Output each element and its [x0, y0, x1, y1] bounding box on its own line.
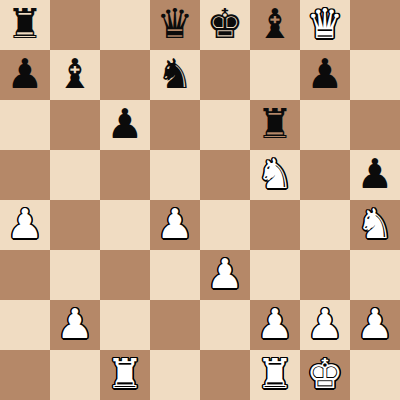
- square-h6[interactable]: [350, 100, 400, 150]
- square-a6[interactable]: [0, 100, 50, 150]
- square-g7[interactable]: ♟: [300, 50, 350, 100]
- white-pawn[interactable]: ♟: [257, 300, 294, 349]
- square-d2[interactable]: [150, 300, 200, 350]
- black-rook[interactable]: ♜: [257, 100, 294, 149]
- square-c3[interactable]: [100, 250, 150, 300]
- black-pawn[interactable]: ♟: [107, 100, 144, 149]
- square-c8[interactable]: [100, 0, 150, 50]
- square-d4[interactable]: ♟: [150, 200, 200, 250]
- square-e5[interactable]: [200, 150, 250, 200]
- square-g2[interactable]: ♟: [300, 300, 350, 350]
- square-a4[interactable]: ♟: [0, 200, 50, 250]
- white-pawn[interactable]: ♟: [57, 300, 94, 349]
- square-h7[interactable]: [350, 50, 400, 100]
- square-f7[interactable]: [250, 50, 300, 100]
- square-b7[interactable]: ♝: [50, 50, 100, 100]
- square-e2[interactable]: [200, 300, 250, 350]
- square-e6[interactable]: [200, 100, 250, 150]
- square-c1[interactable]: ♜: [100, 350, 150, 400]
- square-f1[interactable]: ♜: [250, 350, 300, 400]
- white-knight[interactable]: ♞: [257, 150, 294, 199]
- square-b3[interactable]: [50, 250, 100, 300]
- chess-board: ♜♛♚♝♛♟♝♞♟♟♜♞♟♟♟♞♟♟♟♟♟♜♜♚: [0, 0, 400, 400]
- square-h2[interactable]: ♟: [350, 300, 400, 350]
- white-pawn[interactable]: ♟: [207, 250, 244, 299]
- square-d6[interactable]: [150, 100, 200, 150]
- square-f2[interactable]: ♟: [250, 300, 300, 350]
- black-knight[interactable]: ♞: [157, 50, 194, 99]
- square-c6[interactable]: ♟: [100, 100, 150, 150]
- square-g5[interactable]: [300, 150, 350, 200]
- square-a5[interactable]: [0, 150, 50, 200]
- square-d3[interactable]: [150, 250, 200, 300]
- square-h4[interactable]: ♞: [350, 200, 400, 250]
- black-pawn[interactable]: ♟: [307, 50, 344, 99]
- square-d5[interactable]: [150, 150, 200, 200]
- square-b2[interactable]: ♟: [50, 300, 100, 350]
- square-g6[interactable]: [300, 100, 350, 150]
- square-c7[interactable]: [100, 50, 150, 100]
- square-d7[interactable]: ♞: [150, 50, 200, 100]
- square-b1[interactable]: [50, 350, 100, 400]
- square-f3[interactable]: [250, 250, 300, 300]
- white-king[interactable]: ♚: [307, 350, 344, 399]
- square-a3[interactable]: [0, 250, 50, 300]
- square-b8[interactable]: [50, 0, 100, 50]
- white-queen[interactable]: ♛: [307, 0, 344, 49]
- square-a7[interactable]: ♟: [0, 50, 50, 100]
- square-a2[interactable]: [0, 300, 50, 350]
- square-g3[interactable]: [300, 250, 350, 300]
- chess-board-container: ♜♛♚♝♛♟♝♞♟♟♜♞♟♟♟♞♟♟♟♟♟♜♜♚: [0, 0, 400, 400]
- square-h3[interactable]: [350, 250, 400, 300]
- square-b4[interactable]: [50, 200, 100, 250]
- square-f5[interactable]: ♞: [250, 150, 300, 200]
- square-a8[interactable]: ♜: [0, 0, 50, 50]
- square-c4[interactable]: [100, 200, 150, 250]
- square-b6[interactable]: [50, 100, 100, 150]
- black-queen[interactable]: ♛: [157, 0, 194, 49]
- square-e3[interactable]: ♟: [200, 250, 250, 300]
- white-knight[interactable]: ♞: [357, 200, 394, 249]
- white-pawn[interactable]: ♟: [307, 300, 344, 349]
- square-c2[interactable]: [100, 300, 150, 350]
- black-bishop[interactable]: ♝: [57, 50, 94, 99]
- square-h5[interactable]: ♟: [350, 150, 400, 200]
- square-g4[interactable]: [300, 200, 350, 250]
- white-rook[interactable]: ♜: [107, 350, 144, 399]
- square-a1[interactable]: [0, 350, 50, 400]
- black-rook[interactable]: ♜: [7, 0, 44, 49]
- square-f4[interactable]: [250, 200, 300, 250]
- square-e4[interactable]: [200, 200, 250, 250]
- black-bishop[interactable]: ♝: [257, 0, 294, 49]
- square-g8[interactable]: ♛: [300, 0, 350, 50]
- square-f8[interactable]: ♝: [250, 0, 300, 50]
- square-d1[interactable]: [150, 350, 200, 400]
- square-h8[interactable]: [350, 0, 400, 50]
- square-e1[interactable]: [200, 350, 250, 400]
- white-pawn[interactable]: ♟: [157, 200, 194, 249]
- black-pawn[interactable]: ♟: [357, 150, 394, 199]
- square-e7[interactable]: [200, 50, 250, 100]
- white-pawn[interactable]: ♟: [7, 200, 44, 249]
- black-king[interactable]: ♚: [207, 0, 244, 49]
- white-rook[interactable]: ♜: [257, 350, 294, 399]
- white-pawn[interactable]: ♟: [357, 300, 394, 349]
- square-g1[interactable]: ♚: [300, 350, 350, 400]
- square-b5[interactable]: [50, 150, 100, 200]
- square-f6[interactable]: ♜: [250, 100, 300, 150]
- square-e8[interactable]: ♚: [200, 0, 250, 50]
- square-c5[interactable]: [100, 150, 150, 200]
- black-pawn[interactable]: ♟: [7, 50, 44, 99]
- square-d8[interactable]: ♛: [150, 0, 200, 50]
- square-h1[interactable]: [350, 350, 400, 400]
